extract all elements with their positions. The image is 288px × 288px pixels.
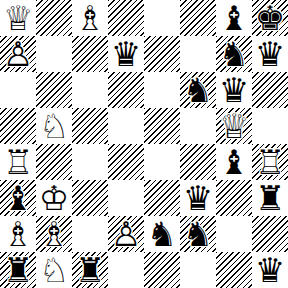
square-c2[interactable] (72, 216, 108, 252)
square-a4[interactable]: ♜♖ (0, 144, 36, 180)
square-a3[interactable]: ♝♝ (0, 180, 36, 216)
square-d8[interactable] (108, 0, 144, 36)
piece-backdrop: ♞ (144, 216, 180, 252)
piece-white-bishop-icon: ♗ (36, 216, 72, 252)
square-e5[interactable] (144, 108, 180, 144)
piece-backdrop: ♟ (108, 216, 144, 252)
square-b4[interactable] (36, 144, 72, 180)
square-d1[interactable] (108, 252, 144, 288)
piece-white-bishop-icon: ♗ (0, 216, 36, 252)
piece-backdrop: ♛ (252, 252, 288, 288)
square-c7[interactable] (72, 36, 108, 72)
piece-backdrop: ♞ (36, 252, 72, 288)
square-c5[interactable] (72, 108, 108, 144)
square-d6[interactable] (108, 72, 144, 108)
piece-black-queen-icon: ♛ (252, 252, 288, 288)
square-g3[interactable] (216, 180, 252, 216)
square-h6[interactable] (252, 72, 288, 108)
square-g4[interactable]: ♝♝ (216, 144, 252, 180)
piece-black-knight-icon: ♞ (180, 72, 216, 108)
square-a5[interactable] (0, 108, 36, 144)
square-d3[interactable] (108, 180, 144, 216)
square-d5[interactable] (108, 108, 144, 144)
piece-white-queen-icon: ♕ (216, 108, 252, 144)
piece-black-queen-icon: ♛ (180, 180, 216, 216)
piece-black-queen-icon: ♛ (252, 36, 288, 72)
square-e2[interactable]: ♞♞ (144, 216, 180, 252)
square-e8[interactable] (144, 0, 180, 36)
square-h5[interactable] (252, 108, 288, 144)
piece-backdrop: ♝ (72, 0, 108, 36)
piece-backdrop: ♚ (36, 180, 72, 216)
square-a2[interactable]: ♝♗ (0, 216, 36, 252)
piece-backdrop: ♟ (0, 36, 36, 72)
chess-board: ♛♕♝♗♝♝♚♚♟♙♛♛♞♞♛♛♞♞♛♛♞♘♛♕♜♖♝♝♜♖♝♝♚♔♛♛♜♜♝♗… (0, 0, 288, 288)
square-f2[interactable]: ♞♞ (180, 216, 216, 252)
piece-white-king-icon: ♔ (36, 180, 72, 216)
square-f7[interactable] (180, 36, 216, 72)
piece-black-rook-icon: ♜ (72, 252, 108, 288)
square-f3[interactable]: ♛♛ (180, 180, 216, 216)
square-a1[interactable]: ♜♜ (0, 252, 36, 288)
square-f8[interactable] (180, 0, 216, 36)
piece-white-rook-icon: ♖ (252, 144, 288, 180)
square-c8[interactable]: ♝♗ (72, 0, 108, 36)
square-h1[interactable]: ♛♛ (252, 252, 288, 288)
piece-white-knight-icon: ♘ (36, 108, 72, 144)
square-c6[interactable] (72, 72, 108, 108)
piece-backdrop: ♛ (216, 72, 252, 108)
square-h8[interactable]: ♚♚ (252, 0, 288, 36)
square-b2[interactable]: ♝♗ (36, 216, 72, 252)
piece-backdrop: ♞ (180, 72, 216, 108)
piece-backdrop: ♜ (252, 180, 288, 216)
square-b1[interactable]: ♞♘ (36, 252, 72, 288)
square-b5[interactable]: ♞♘ (36, 108, 72, 144)
square-c1[interactable]: ♜♜ (72, 252, 108, 288)
piece-black-queen-icon: ♛ (108, 36, 144, 72)
square-h2[interactable] (252, 216, 288, 252)
piece-black-bishop-icon: ♝ (216, 144, 252, 180)
square-h3[interactable]: ♜♜ (252, 180, 288, 216)
square-b3[interactable]: ♚♔ (36, 180, 72, 216)
square-e6[interactable] (144, 72, 180, 108)
piece-backdrop: ♜ (0, 252, 36, 288)
piece-backdrop: ♞ (180, 216, 216, 252)
square-g6[interactable]: ♛♛ (216, 72, 252, 108)
piece-backdrop: ♞ (36, 108, 72, 144)
piece-backdrop: ♝ (216, 144, 252, 180)
square-d4[interactable] (108, 144, 144, 180)
square-a7[interactable]: ♟♙ (0, 36, 36, 72)
piece-backdrop: ♝ (36, 216, 72, 252)
square-e4[interactable] (144, 144, 180, 180)
square-d2[interactable]: ♟♙ (108, 216, 144, 252)
piece-backdrop: ♛ (108, 36, 144, 72)
square-b7[interactable] (36, 36, 72, 72)
piece-backdrop: ♛ (180, 180, 216, 216)
piece-black-bishop-icon: ♝ (216, 0, 252, 36)
square-c4[interactable] (72, 144, 108, 180)
square-g2[interactable] (216, 216, 252, 252)
square-f6[interactable]: ♞♞ (180, 72, 216, 108)
piece-backdrop: ♛ (0, 0, 36, 36)
piece-white-pawn-icon: ♙ (0, 36, 36, 72)
square-f5[interactable] (180, 108, 216, 144)
square-d7[interactable]: ♛♛ (108, 36, 144, 72)
piece-black-bishop-icon: ♝ (0, 180, 36, 216)
piece-white-pawn-icon: ♙ (108, 216, 144, 252)
square-f1[interactable] (180, 252, 216, 288)
square-e7[interactable] (144, 36, 180, 72)
square-g8[interactable]: ♝♝ (216, 0, 252, 36)
piece-white-queen-icon: ♕ (0, 0, 36, 36)
square-h4[interactable]: ♜♖ (252, 144, 288, 180)
piece-backdrop: ♛ (216, 108, 252, 144)
piece-backdrop: ♜ (0, 144, 36, 180)
square-b6[interactable] (36, 72, 72, 108)
piece-backdrop: ♚ (252, 0, 288, 36)
square-g7[interactable]: ♞♞ (216, 36, 252, 72)
piece-backdrop: ♜ (252, 144, 288, 180)
square-a6[interactable] (0, 72, 36, 108)
square-e3[interactable] (144, 180, 180, 216)
piece-black-knight-icon: ♞ (144, 216, 180, 252)
piece-backdrop: ♛ (252, 36, 288, 72)
piece-white-bishop-icon: ♗ (72, 0, 108, 36)
piece-backdrop: ♝ (0, 180, 36, 216)
piece-black-knight-icon: ♞ (216, 36, 252, 72)
square-g1[interactable] (216, 252, 252, 288)
piece-black-knight-icon: ♞ (180, 216, 216, 252)
square-a8[interactable]: ♛♕ (0, 0, 36, 36)
piece-backdrop: ♜ (72, 252, 108, 288)
piece-backdrop: ♞ (216, 36, 252, 72)
piece-black-rook-icon: ♜ (252, 180, 288, 216)
square-f4[interactable] (180, 144, 216, 180)
square-g5[interactable]: ♛♕ (216, 108, 252, 144)
piece-backdrop: ♝ (0, 216, 36, 252)
square-e1[interactable] (144, 252, 180, 288)
piece-black-rook-icon: ♜ (0, 252, 36, 288)
piece-white-rook-icon: ♖ (0, 144, 36, 180)
piece-white-knight-icon: ♘ (36, 252, 72, 288)
square-b8[interactable] (36, 0, 72, 36)
piece-black-king-icon: ♚ (252, 0, 288, 36)
square-c3[interactable] (72, 180, 108, 216)
square-h7[interactable]: ♛♛ (252, 36, 288, 72)
piece-backdrop: ♝ (216, 0, 252, 36)
piece-black-queen-icon: ♛ (216, 72, 252, 108)
